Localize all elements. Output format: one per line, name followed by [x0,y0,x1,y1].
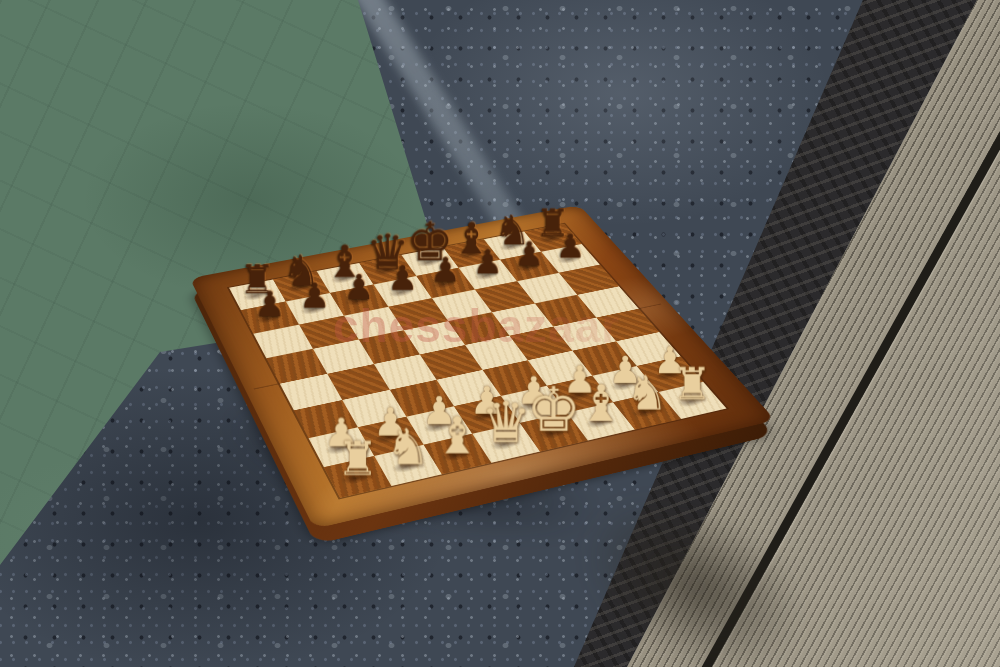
chessboard-photo-scene: ♜♞♝♛♚♝♞♜♟♟♟♟♟♟♟♟♟♟♟♟♟♟♟♟♜♞♝♛♚♝♞♜ chessba… [0,0,1000,667]
chessboard: ♜♞♝♛♚♝♞♜♟♟♟♟♟♟♟♟♟♟♟♟♟♟♟♟♜♞♝♛♚♝♞♜ [190,205,776,529]
watermark-text: chessbazaar [333,299,620,353]
piece-white-rook-a1: ♜ [322,436,393,483]
piece-black-pawn-a7: ♟ [239,287,301,322]
